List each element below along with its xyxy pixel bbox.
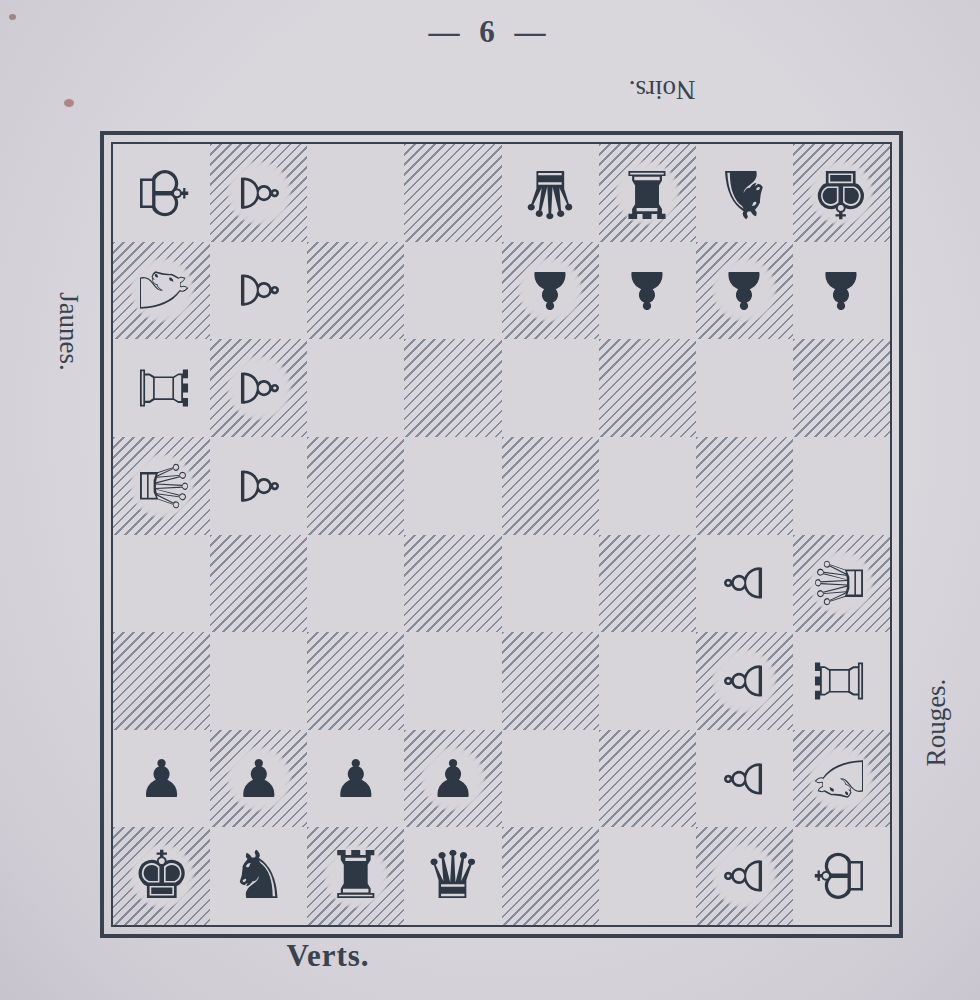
jaunes-pawn: ♙ xyxy=(214,343,304,433)
player-label-verts: Verts. xyxy=(258,938,398,974)
board-square-r1c4 xyxy=(404,144,501,242)
board-square-r3c8 xyxy=(793,339,890,437)
board-square-r3c4 xyxy=(404,339,501,437)
board-square-r4c7 xyxy=(696,437,793,535)
board-square-r8c4: ♛ xyxy=(404,827,501,925)
board-square-r8c8: ♔ xyxy=(793,827,890,925)
board-square-r1c7: ♞ xyxy=(696,144,793,242)
page-number: — 6 — xyxy=(0,14,980,50)
jaunes-pawn: ♙ xyxy=(214,245,304,335)
board-square-r6c4 xyxy=(404,632,501,730)
board-square-r3c3 xyxy=(307,339,404,437)
board-square-r7c5 xyxy=(502,730,599,828)
jaunes-pawn: ♙ xyxy=(214,441,304,531)
board-square-r2c7: ♟ xyxy=(696,242,793,340)
board-square-r5c6 xyxy=(599,535,696,633)
board-square-r4c6 xyxy=(599,437,696,535)
player-label-noirs: Noirs. xyxy=(592,74,732,105)
verts-pawn: ♟ xyxy=(311,734,401,824)
board-square-r4c3 xyxy=(307,437,404,535)
board-square-r1c1: ♔ xyxy=(113,144,210,242)
noirs-pawn: ♟ xyxy=(699,245,789,335)
jaunes-queen: ♕ xyxy=(117,441,207,531)
board-square-r4c4 xyxy=(404,437,501,535)
rouges-pawn: ♙ xyxy=(699,734,789,824)
board-square-r1c3 xyxy=(307,144,404,242)
board-square-r2c6: ♟ xyxy=(599,242,696,340)
chessboard-grid: ♔♙♛♜♞♚♘♙♟♟♟♟♖♙♕♙♙♕♙♖♟♟♟♟♙♘♚♞♜♛♙♔ xyxy=(111,142,892,927)
board-square-r2c2: ♙ xyxy=(210,242,307,340)
board-square-r7c7: ♙ xyxy=(696,730,793,828)
board-square-r2c8: ♟ xyxy=(793,242,890,340)
verts-knight: ♞ xyxy=(214,831,304,921)
board-square-r5c7: ♙ xyxy=(696,535,793,633)
board-square-r1c8: ♚ xyxy=(793,144,890,242)
board-square-r8c5 xyxy=(502,827,599,925)
board-square-r5c3 xyxy=(307,535,404,633)
board-square-r6c6 xyxy=(599,632,696,730)
board-square-r3c1: ♖ xyxy=(113,339,210,437)
board-square-r7c4: ♟ xyxy=(404,730,501,828)
rouges-king: ♔ xyxy=(796,831,886,921)
board-square-r3c2: ♙ xyxy=(210,339,307,437)
board-square-r7c8: ♘ xyxy=(793,730,890,828)
board-square-r4c8 xyxy=(793,437,890,535)
jaunes-king: ♔ xyxy=(117,148,207,238)
noirs-pawn: ♟ xyxy=(796,245,886,335)
board-square-r2c1: ♘ xyxy=(113,242,210,340)
board-square-r4c1: ♕ xyxy=(113,437,210,535)
rouges-rook: ♖ xyxy=(796,636,886,726)
verts-pawn: ♟ xyxy=(408,734,498,824)
paper-speck xyxy=(64,99,74,107)
board-square-r3c6 xyxy=(599,339,696,437)
board-square-r1c2: ♙ xyxy=(210,144,307,242)
board-square-r2c5: ♟ xyxy=(502,242,599,340)
noirs-rook: ♜ xyxy=(602,148,692,238)
board-square-r8c1: ♚ xyxy=(113,827,210,925)
player-label-rouges: Rouges. xyxy=(921,656,952,790)
jaunes-pawn: ♙ xyxy=(214,148,304,238)
board-square-r6c7: ♙ xyxy=(696,632,793,730)
board-square-r5c8: ♕ xyxy=(793,535,890,633)
verts-rook: ♜ xyxy=(311,831,401,921)
board-square-r7c1: ♟ xyxy=(113,730,210,828)
board-square-r7c3: ♟ xyxy=(307,730,404,828)
board-square-r6c2 xyxy=(210,632,307,730)
board-square-r5c1 xyxy=(113,535,210,633)
board-square-r5c5 xyxy=(502,535,599,633)
jaunes-knight: ♘ xyxy=(117,245,207,335)
board-square-r5c2 xyxy=(210,535,307,633)
board-square-r5c4 xyxy=(404,535,501,633)
verts-king: ♚ xyxy=(117,831,207,921)
board-square-r3c5 xyxy=(502,339,599,437)
board-square-r6c5 xyxy=(502,632,599,730)
rouges-pawn: ♙ xyxy=(699,831,789,921)
rouges-pawn: ♙ xyxy=(699,636,789,726)
rouges-knight: ♘ xyxy=(796,734,886,824)
board-square-r1c6: ♜ xyxy=(599,144,696,242)
board-square-r6c1 xyxy=(113,632,210,730)
chessboard: ♔♙♛♜♞♚♘♙♟♟♟♟♖♙♕♙♙♕♙♖♟♟♟♟♙♘♚♞♜♛♙♔ xyxy=(100,131,903,938)
board-square-r1c5: ♛ xyxy=(502,144,599,242)
verts-queen: ♛ xyxy=(408,831,498,921)
noirs-pawn: ♟ xyxy=(505,245,595,335)
noirs-queen: ♛ xyxy=(505,148,595,238)
noirs-king: ♚ xyxy=(796,148,886,238)
board-square-r7c2: ♟ xyxy=(210,730,307,828)
board-square-r7c6 xyxy=(599,730,696,828)
board-square-r8c6 xyxy=(599,827,696,925)
board-square-r6c3 xyxy=(307,632,404,730)
noirs-pawn: ♟ xyxy=(602,245,692,335)
board-square-r2c3 xyxy=(307,242,404,340)
board-square-r4c2: ♙ xyxy=(210,437,307,535)
rouges-pawn: ♙ xyxy=(699,538,789,628)
board-square-r2c4 xyxy=(404,242,501,340)
verts-pawn: ♟ xyxy=(214,734,304,824)
board-square-r8c7: ♙ xyxy=(696,827,793,925)
rouges-queen: ♕ xyxy=(796,538,886,628)
board-square-r4c5 xyxy=(502,437,599,535)
board-square-r3c7 xyxy=(696,339,793,437)
noirs-knight: ♞ xyxy=(699,148,789,238)
jaunes-rook: ♖ xyxy=(117,343,207,433)
player-label-jaunes: Jaunes. xyxy=(53,265,84,399)
board-square-r8c3: ♜ xyxy=(307,827,404,925)
paper-speck xyxy=(9,14,16,20)
board-square-r6c8: ♖ xyxy=(793,632,890,730)
board-square-r8c2: ♞ xyxy=(210,827,307,925)
verts-pawn: ♟ xyxy=(117,734,207,824)
